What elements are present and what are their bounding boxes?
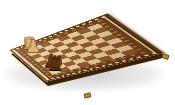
product-photo: ♜♞♝♛♚♝♞♜♟♟♟♟♟♟♟♟♟♟♟♟♟♟♟♟♜♞♝♛♚♝♞♜ <box>0 0 175 105</box>
pieces-layer: ♜♞♝♛♚♝♞♜♟♟♟♟♟♟♟♟♟♟♟♟♟♟♟♟♜♞♝♛♚♝♞♜ <box>0 0 175 105</box>
piece-black-rook[interactable]: ♜ <box>46 54 64 74</box>
piece-white-pawn[interactable]: ♟ <box>26 39 41 56</box>
